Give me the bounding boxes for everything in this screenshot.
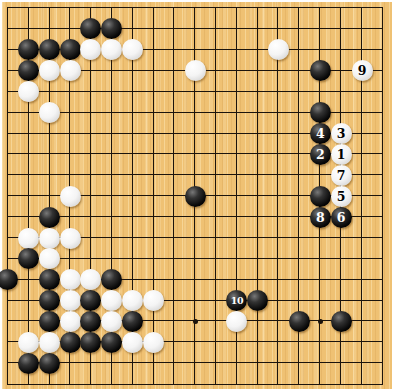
go-board[interactable]: 94321758610 [2,2,392,389]
white-stone-move-9[interactable]: 9 [352,60,373,81]
grid-cell [362,134,383,155]
grid-cell [91,238,112,259]
grid-cell [195,154,216,175]
white-stone[interactable] [60,60,81,81]
grid-cell [341,29,362,50]
grid-cell [216,259,237,280]
grid-cell [154,8,175,29]
grid-cell [237,113,258,134]
grid-cell [154,196,175,217]
grid-cell [341,259,362,280]
grid-cell [70,154,91,175]
grid-cell [174,321,195,342]
black-stone[interactable] [310,186,331,207]
grid-cell [195,134,216,155]
grid-cell [237,342,258,363]
grid-cell [237,92,258,113]
grid-cell [278,134,299,155]
grid-cell [258,154,279,175]
grid-cell [133,113,154,134]
grid-cell [299,238,320,259]
grid-cell [29,134,50,155]
white-stone-move-1[interactable]: 1 [331,144,352,165]
grid-cell [258,342,279,363]
grid-cell [195,301,216,322]
grid-cell [237,175,258,196]
grid-cell [216,154,237,175]
grid-cell [299,280,320,301]
grid-cell [50,154,71,175]
grid-cell [362,217,383,238]
move-number-label: 8 [316,207,325,228]
page: 94321758610 [0,0,396,391]
grid-cell [237,238,258,259]
grid-cell [112,196,133,217]
grid-cell [320,8,341,29]
white-stone[interactable] [39,60,60,81]
white-stone[interactable] [60,269,81,290]
grid-cell [112,154,133,175]
grid-cell [91,92,112,113]
white-stone[interactable] [39,102,60,123]
grid-cell [29,8,50,29]
black-stone[interactable] [39,269,60,290]
black-stone[interactable] [39,39,60,60]
grid-cell [8,196,29,217]
grid-cell [133,238,154,259]
grid-cell [278,8,299,29]
grid-cell [8,175,29,196]
grid-cell [258,113,279,134]
grid-cell [362,154,383,175]
grid-cell [341,342,362,363]
move-number-label: 7 [337,165,346,186]
grid-cell [133,217,154,238]
grid-cell [362,363,383,384]
grid-cell [154,71,175,92]
move-number-label: 6 [337,207,346,228]
grid-cell [133,154,154,175]
white-stone[interactable] [39,332,60,353]
move-number-label: 5 [337,186,346,207]
grid-cell [133,175,154,196]
grid-cell [133,196,154,217]
grid-cell [154,50,175,71]
grid-cell [278,280,299,301]
grid-cell [278,342,299,363]
grid-cell [112,217,133,238]
grid-cell [362,29,383,50]
black-stone[interactable] [39,353,60,374]
grid-cell [112,134,133,155]
white-stone[interactable] [143,332,164,353]
grid-cell [299,29,320,50]
black-stone[interactable] [18,39,39,60]
grid-cell [216,196,237,217]
grid-cell [320,342,341,363]
grid-cell [362,280,383,301]
grid-cell [362,196,383,217]
grid-cell [320,363,341,384]
move-number-label: 10 [231,290,243,311]
grid-cell [174,8,195,29]
grid-cell [195,259,216,280]
move-number-label: 4 [316,123,325,144]
grid-cell [154,238,175,259]
grid-cell [258,363,279,384]
grid-cell [174,280,195,301]
black-stone[interactable] [310,60,331,81]
grid-cell [8,113,29,134]
grid-cell [133,134,154,155]
grid-cell [154,29,175,50]
grid-cell [174,363,195,384]
grid-cell [174,259,195,280]
grid-cell [341,238,362,259]
grid-cell [341,363,362,384]
grid-cell [258,71,279,92]
white-stone-move-7[interactable]: 7 [331,165,352,186]
grid-cell [174,217,195,238]
grid-cell [362,238,383,259]
grid-cell [133,71,154,92]
grid-cell [112,92,133,113]
grid-cell [70,134,91,155]
grid-cell [258,175,279,196]
grid-cell [154,259,175,280]
black-stone-move-8[interactable]: 8 [310,207,331,228]
black-stone[interactable] [18,353,39,374]
grid-cell [341,280,362,301]
grid-cell [278,259,299,280]
black-stone[interactable] [331,311,352,332]
grid-cell [299,342,320,363]
grid-cell [195,8,216,29]
grid-cell [341,92,362,113]
grid-cell [154,113,175,134]
black-stone[interactable] [310,102,331,123]
grid-cell [299,259,320,280]
grid-cell [237,71,258,92]
white-stone-move-3[interactable]: 3 [331,123,352,144]
white-stone[interactable] [18,81,39,102]
grid-cell [362,342,383,363]
black-stone[interactable] [39,207,60,228]
grid-cell [258,196,279,217]
black-stone[interactable] [39,290,60,311]
white-stone[interactable] [185,60,206,81]
grid-cell [70,92,91,113]
grid-cell [320,238,341,259]
grid-cell [8,154,29,175]
grid-cell [216,71,237,92]
black-stone[interactable] [60,332,81,353]
grid-cell [112,113,133,134]
grid-cell [133,363,154,384]
grid-cell [278,363,299,384]
grid-cell [362,92,383,113]
grid-cell [29,175,50,196]
grid-cell [195,29,216,50]
grid-cell [362,301,383,322]
grid-cell [216,342,237,363]
grid-cell [8,301,29,322]
grid-cell [237,217,258,238]
grid-cell [195,113,216,134]
white-stone[interactable] [18,228,39,249]
grid-cell [195,342,216,363]
star-point [193,319,198,324]
grid-cell [8,134,29,155]
grid-cell [237,50,258,71]
grid-cell [154,175,175,196]
grid-cell [91,196,112,217]
black-stone[interactable] [60,39,81,60]
grid-cell [195,92,216,113]
grid-cell [112,71,133,92]
grid-cell [133,92,154,113]
black-stone-move-2[interactable]: 2 [310,144,331,165]
grid-cell [237,8,258,29]
grid-cell [258,217,279,238]
grid-cell [154,363,175,384]
grid-cell [195,217,216,238]
grid-cell [154,134,175,155]
grid-cell [154,92,175,113]
grid-cell [237,154,258,175]
grid-cell [154,217,175,238]
grid-cell [216,113,237,134]
grid-cell [237,29,258,50]
grid-cell [237,134,258,155]
grid-cell [70,363,91,384]
grid-cell [70,113,91,134]
grid-cell [174,113,195,134]
black-stone-move-6[interactable]: 6 [331,207,352,228]
grid-cell [362,259,383,280]
white-stone[interactable] [39,228,60,249]
grid-cell [112,363,133,384]
grid-cell [50,134,71,155]
grid-cell [174,92,195,113]
grid-cell [278,71,299,92]
grid-cell [174,342,195,363]
grid-cell [237,259,258,280]
grid-cell [278,113,299,134]
grid-cell [362,8,383,29]
grid-cell [320,29,341,50]
grid-cell [216,8,237,29]
grid-cell [91,113,112,134]
white-stone-move-5[interactable]: 5 [331,186,352,207]
grid-cell [320,259,341,280]
grid-cell [174,29,195,50]
grid-cell [133,259,154,280]
grid-cell [195,280,216,301]
grid-cell [216,134,237,155]
grid-cell [216,50,237,71]
grid-cell [50,8,71,29]
grid-cell [91,175,112,196]
grid-cell [216,175,237,196]
grid-cell [195,238,216,259]
grid-cell [174,301,195,322]
grid-cell [195,321,216,342]
grid-cell [91,71,112,92]
grid-cell [174,238,195,259]
grid-cell [278,154,299,175]
white-stone[interactable] [60,311,81,332]
grid-cell [258,259,279,280]
grid-cell [258,134,279,155]
grid-cell [112,238,133,259]
grid-cell [112,175,133,196]
grid-cell [258,92,279,113]
grid-cell [320,280,341,301]
grid-cell [91,217,112,238]
grid-cell [174,154,195,175]
black-stone[interactable] [18,60,39,81]
white-stone[interactable] [60,228,81,249]
grid-cell [362,321,383,342]
grid-cell [154,154,175,175]
grid-cell [216,363,237,384]
grid-cell [258,238,279,259]
move-number-label: 3 [337,123,346,144]
grid-cell [133,8,154,29]
white-stone[interactable] [60,186,81,207]
white-stone[interactable] [18,332,39,353]
grid-cell [8,8,29,29]
grid-cell [341,8,362,29]
grid-cell [258,8,279,29]
grid-cell [299,363,320,384]
grid-cell [278,196,299,217]
black-stone[interactable] [39,311,60,332]
grid-cell [216,29,237,50]
grid-cell [174,134,195,155]
white-stone[interactable] [60,290,81,311]
grid-cell [29,154,50,175]
grid-cell [216,238,237,259]
grid-cell [216,217,237,238]
grid-cell [299,8,320,29]
grid-cell [362,175,383,196]
grid-cell [278,217,299,238]
move-number-label: 2 [316,144,325,165]
grid-cell [195,363,216,384]
black-stone[interactable] [185,186,206,207]
grid-cell [278,175,299,196]
grid-cell [91,154,112,175]
grid-cell [362,113,383,134]
black-stone-move-4[interactable]: 4 [310,123,331,144]
move-number-label: 9 [358,60,367,81]
move-number-label: 1 [337,144,346,165]
grid-cell [237,363,258,384]
grid-cell [278,92,299,113]
grid-cell [258,321,279,342]
grid-cell [216,92,237,113]
grid-cell [237,196,258,217]
grid-cell [278,238,299,259]
grid-cell [91,363,112,384]
grid-cell [91,134,112,155]
